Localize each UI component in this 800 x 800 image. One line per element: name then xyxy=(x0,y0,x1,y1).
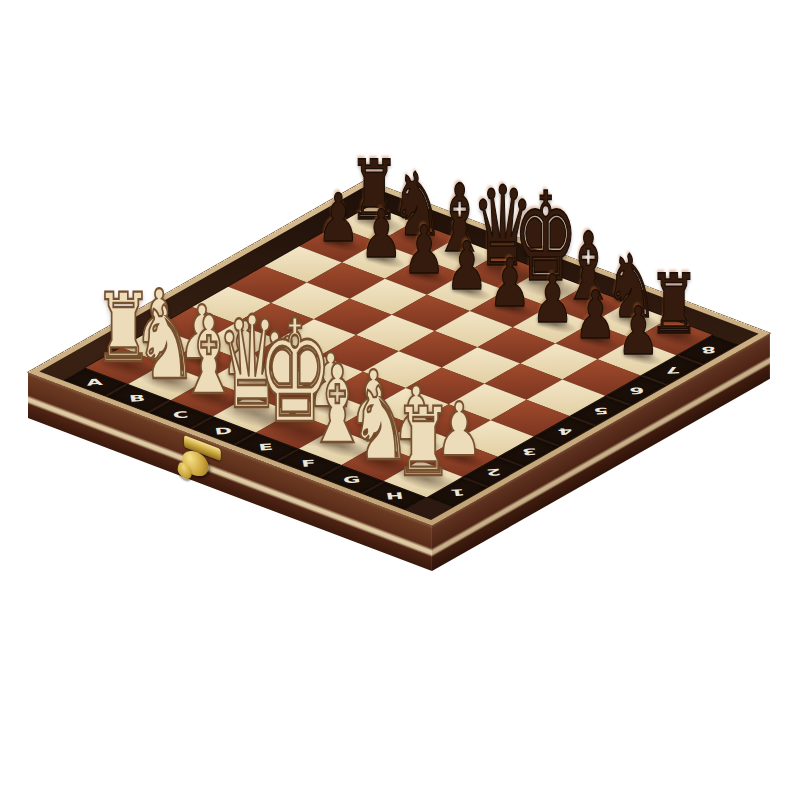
file-label-text: B xyxy=(129,393,147,404)
product-photo-scene: ABCDEFGH 12345678 ♜♞♟♝♟♛♟♚♟♝♟♞♟♜♟♟♟♟♜♟♞♟… xyxy=(0,0,800,800)
rank-label-text: 7 xyxy=(664,364,681,375)
rank-label-text: 1 xyxy=(449,487,466,498)
file-label-text: H xyxy=(385,490,404,501)
file-label-text: D xyxy=(214,425,233,436)
file-label-text: A xyxy=(86,376,104,387)
file-label-text: C xyxy=(172,409,189,420)
board-border: ABCDEFGH 12345678 xyxy=(39,185,758,520)
rank-label-text: 3 xyxy=(521,446,538,457)
board-top-face: ABCDEFGH 12345678 xyxy=(28,180,770,525)
file-label-text: G xyxy=(342,474,361,485)
file-label-text: E xyxy=(258,441,274,452)
rank-label-text: 8 xyxy=(700,344,717,355)
rank-label-text: 6 xyxy=(628,385,645,396)
rank-label-text: 4 xyxy=(557,426,574,437)
rank-label-text: 2 xyxy=(485,466,502,477)
rank-label-text: 5 xyxy=(592,405,609,416)
file-label-text: F xyxy=(301,458,317,469)
